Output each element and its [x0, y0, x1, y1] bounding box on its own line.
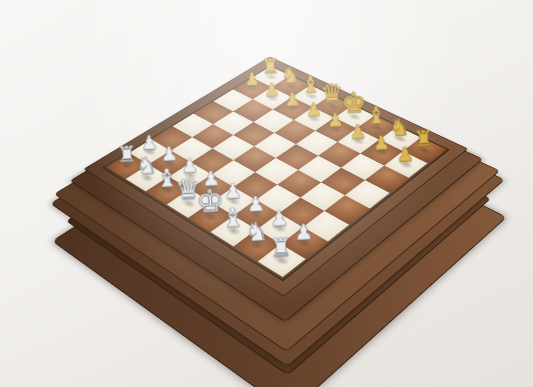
black-pawn[interactable]: ♟	[390, 144, 421, 165]
square-a4[interactable]	[173, 114, 213, 138]
white-rook[interactable]: ♜	[263, 234, 298, 261]
perspective-viewport: ♜♞♝♛♚♝♞♜♟♟♟♟♟♟♟♟♟♟♟♟♟♟♟♟♜♞♝♛♚♝♞♜	[0, 0, 533, 387]
square-e6[interactable]	[296, 131, 338, 156]
product-photo-scene: ♜♞♝♛♚♝♞♜♟♟♟♟♟♟♟♟♟♟♟♟♟♟♟♟♜♞♝♛♚♝♞♜	[0, 0, 533, 387]
